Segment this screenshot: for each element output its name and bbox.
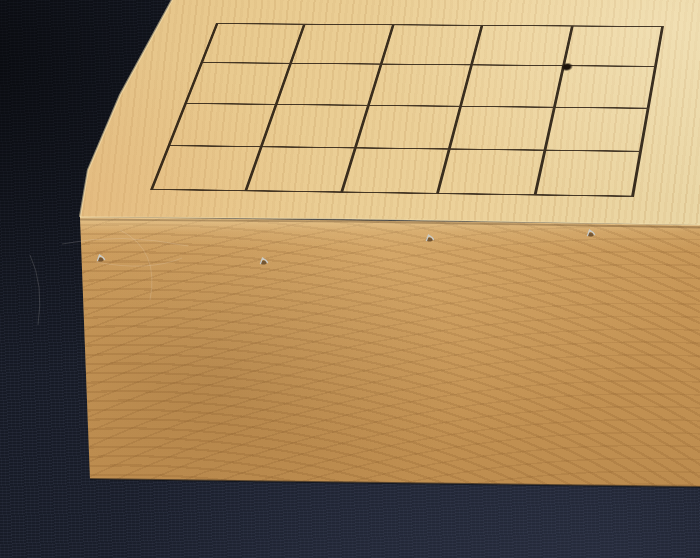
left-arris-highlight bbox=[80, 0, 172, 217]
dust-fiber-wisp bbox=[120, 230, 152, 300]
staple-mark bbox=[260, 258, 267, 265]
edge-and-detail-overlay bbox=[0, 0, 700, 558]
staple-mark bbox=[426, 235, 433, 242]
front-bottom-edge-shadow bbox=[90, 479, 700, 487]
dust-fiber-wisp bbox=[62, 238, 188, 246]
dust-fiber-wisp bbox=[30, 255, 40, 325]
goban-photo-scene bbox=[0, 0, 700, 558]
staple-mark bbox=[97, 255, 104, 262]
staple-mark bbox=[587, 230, 594, 237]
dust-fiber-wisp bbox=[96, 258, 182, 266]
